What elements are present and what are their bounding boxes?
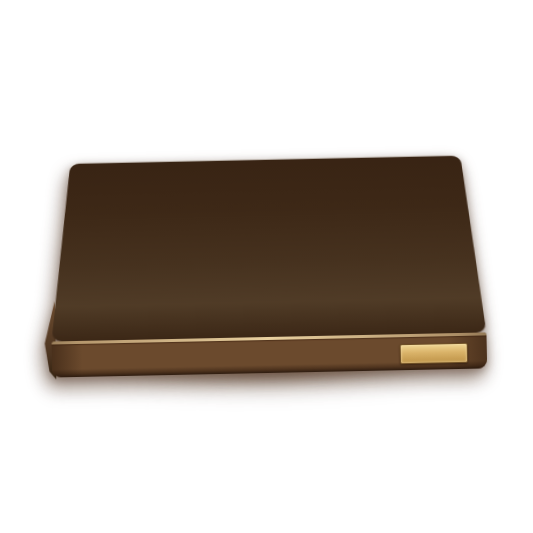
cutting-board — [0, 0, 533, 533]
brand-logo-plate — [400, 343, 468, 364]
checkerboard-top-surface — [52, 156, 487, 342]
photo-background — [0, 0, 533, 533]
